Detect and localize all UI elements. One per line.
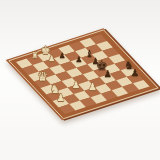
piece-white-king-c8: ♚: [38, 46, 54, 57]
pieces-layer: ♚♝♟♜♟♟♟♞♚♟♟♛♟♟♞♟: [0, 0, 160, 160]
piece-black-knight-h3: ♞: [121, 60, 137, 72]
piece-black-pawn-e6: ♟: [71, 55, 87, 63]
piece-black-bishop-f6: ♝: [82, 49, 98, 59]
piece-white-rook-b8: ♜: [27, 52, 43, 60]
piece-black-pawn-f3: ♟: [100, 69, 116, 78]
piece-white-pawn-a2: ♟: [53, 93, 69, 103]
piece-white-pawn-d2: ♟: [85, 82, 101, 92]
chess-set-photo: ♚♝♟♜♟♟♟♞♚♟♟♛♟♟♞♟: [0, 0, 160, 160]
piece-white-pawn-c7: ♟: [44, 55, 60, 63]
piece-white-knight-a3: ♞: [47, 84, 63, 96]
board-wrapper: ♚♝♟♜♟♟♟♞♚♟♟♛♟♟♞♟: [0, 0, 160, 160]
piece-white-queen-a5: ♛: [35, 71, 51, 83]
piece-black-pawn-h2: ♟: [127, 68, 143, 78]
piece-black-pawn-f5: ♟: [88, 57, 104, 66]
piece-black-king-f4: ♚: [94, 59, 110, 73]
piece-black-pawn-d7: ♟: [54, 52, 70, 60]
piece-white-pawn-c3: ♟: [68, 80, 84, 89]
